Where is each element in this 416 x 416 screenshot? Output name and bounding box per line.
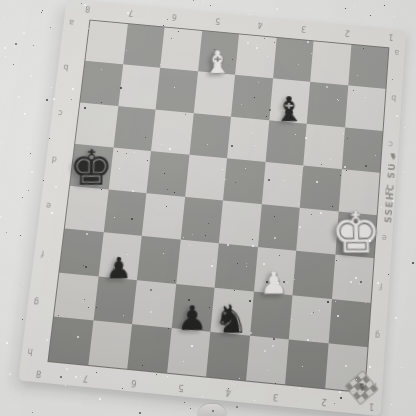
white-bishop-a5[interactable]: ♝ [203, 47, 232, 78]
rank-label-bottom-3: 3 [271, 391, 282, 402]
rank-label-bottom-1: 1 [366, 401, 377, 412]
square-g2[interactable] [289, 295, 332, 343]
file-label-left-f: f [37, 248, 48, 258]
square-a7[interactable] [123, 24, 165, 68]
offboard-white-piece-top [198, 404, 226, 416]
square-f7[interactable]: ♟ [98, 232, 142, 279]
file-label-right-b: b [389, 93, 399, 103]
square-c2[interactable] [303, 123, 344, 169]
square-b4[interactable] [231, 75, 273, 120]
square-d5[interactable] [185, 154, 227, 200]
rank-label-top-8: 8 [83, 4, 94, 13]
square-b6[interactable] [156, 68, 198, 113]
square-a8[interactable] [85, 21, 127, 65]
square-d4[interactable] [223, 158, 265, 204]
square-h7[interactable] [88, 320, 132, 369]
square-f4[interactable] [215, 244, 258, 291]
rank-label-top-7: 7 [126, 8, 137, 17]
square-f2[interactable] [293, 251, 335, 299]
square-g6[interactable] [132, 280, 176, 328]
chess-mat: 87654321 87654321 abcdefgh abcdefgh ♝♝♚♚… [18, 0, 406, 416]
rank-label-top-1: 1 [386, 32, 396, 41]
file-label-left-c: c [55, 108, 66, 118]
square-a4[interactable] [235, 34, 276, 78]
file-label-left-g: g [31, 297, 42, 307]
black-pawn-g5[interactable]: ♟ [177, 301, 207, 335]
rank-label-bottom-5: 5 [175, 382, 186, 392]
rank-label-bottom-4: 4 [223, 387, 234, 397]
square-a5[interactable]: ♝ [198, 31, 239, 75]
file-label-right-f: f [376, 281, 387, 291]
square-b8[interactable] [80, 61, 122, 106]
square-b1[interactable] [345, 86, 386, 131]
rank-label-top-6: 6 [169, 12, 180, 21]
file-label-left-a: a [66, 17, 77, 26]
rank-label-top-4: 4 [255, 20, 265, 29]
board-grid: ♝♝♚♚♟♟♟♞ [47, 20, 389, 394]
rank-label-bottom-2: 2 [318, 396, 329, 407]
file-label-right-g: g [372, 330, 383, 340]
square-b7[interactable] [118, 65, 160, 110]
square-e6[interactable] [142, 193, 185, 240]
square-c6[interactable] [151, 109, 193, 154]
square-e1[interactable]: ♚ [335, 211, 377, 258]
file-label-left-b: b [61, 62, 72, 71]
black-king-d8[interactable]: ♚ [69, 144, 115, 193]
square-b2[interactable] [307, 82, 348, 127]
square-g5[interactable]: ♟ [171, 283, 214, 331]
square-c1[interactable] [341, 127, 382, 173]
file-label-left-h: h [25, 346, 36, 356]
square-g1[interactable] [328, 299, 370, 347]
square-e4[interactable] [219, 200, 261, 247]
file-label-right-c: c [385, 139, 395, 149]
square-h2[interactable] [285, 339, 328, 388]
photo: 87654321 87654321 abcdefgh abcdefgh ♝♝♚♚… [0, 0, 416, 416]
square-f3[interactable]: ♟ [254, 247, 297, 295]
square-a1[interactable] [348, 45, 389, 89]
knight-logo-icon: ♞ [388, 151, 397, 161]
file-label-right-a: a [392, 48, 402, 57]
square-c7[interactable] [113, 106, 155, 151]
square-d3[interactable] [261, 162, 303, 208]
rank-label-top-5: 5 [212, 16, 222, 25]
square-a2[interactable] [310, 41, 351, 85]
square-h6[interactable] [127, 324, 171, 373]
square-e3[interactable] [257, 204, 299, 251]
square-b3[interactable]: ♝ [269, 79, 310, 124]
square-e5[interactable] [180, 197, 223, 244]
square-a6[interactable] [160, 27, 202, 71]
square-g8[interactable] [54, 272, 98, 320]
rank-label-bottom-6: 6 [128, 377, 139, 387]
file-label-left-e: e [43, 201, 54, 211]
square-h3[interactable] [246, 335, 289, 384]
square-a3[interactable] [273, 38, 314, 82]
black-bishop-b3[interactable]: ♝ [273, 92, 305, 127]
square-c5[interactable] [189, 113, 231, 158]
rank-label-top-3: 3 [299, 24, 309, 33]
rank-label-bottom-8: 8 [33, 368, 44, 378]
black-pawn-f7[interactable]: ♟ [105, 253, 132, 282]
white-king-e1[interactable]: ♚ [330, 206, 382, 262]
rank-label-top-2: 2 [342, 28, 352, 37]
white-pawn-f3[interactable]: ♟ [260, 267, 288, 298]
square-d8[interactable]: ♚ [70, 144, 113, 190]
square-f8[interactable] [59, 229, 103, 276]
square-f5[interactable] [176, 240, 219, 287]
file-label-left-d: d [49, 154, 60, 164]
square-g4[interactable]: ♞ [210, 287, 253, 335]
black-knight-g4[interactable]: ♞ [214, 299, 249, 338]
rank-label-bottom-7: 7 [80, 373, 91, 383]
square-d6[interactable] [146, 151, 189, 197]
square-h8[interactable] [49, 316, 93, 365]
square-c4[interactable] [227, 116, 269, 161]
shield-knight-icon: ♞ [349, 375, 373, 400]
square-d7[interactable] [108, 147, 151, 193]
square-f6[interactable] [137, 236, 180, 283]
